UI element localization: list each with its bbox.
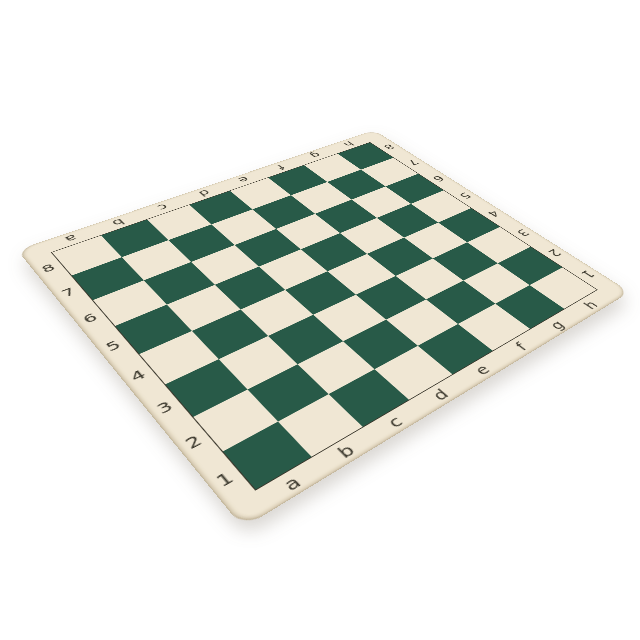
mat-shadow-wrap: abcdefgh abcdefgh 87654321 87654321 [0, 0, 640, 640]
photo-stage: abcdefgh abcdefgh 87654321 87654321 [0, 0, 640, 640]
board-grid [51, 142, 598, 491]
chess-mat: abcdefgh abcdefgh 87654321 87654321 [17, 130, 630, 528]
